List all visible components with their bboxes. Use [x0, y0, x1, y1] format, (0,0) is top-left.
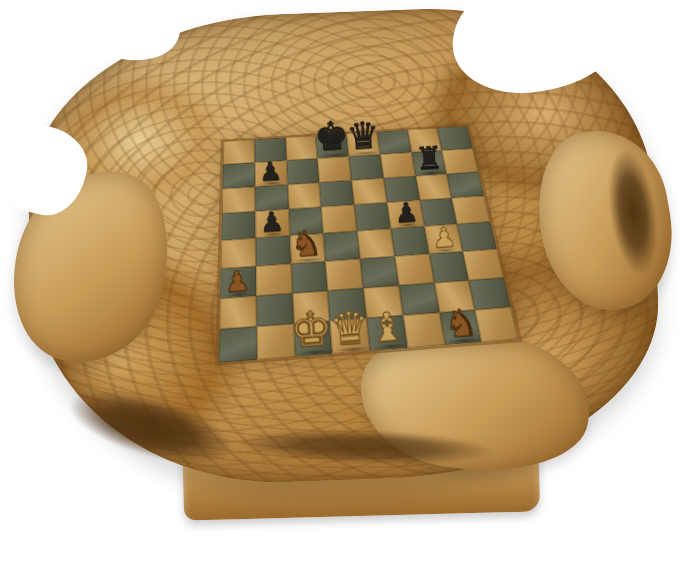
chess-board: ♚♛♟♜♟♟♞♟♟♚♛♝♞: [219, 126, 519, 363]
square-b4[interactable]: [255, 236, 290, 266]
square-e1[interactable]: ♝: [367, 316, 408, 351]
square-e3[interactable]: [360, 256, 399, 288]
square-g7[interactable]: ♜: [411, 150, 447, 175]
square-h3[interactable]: [463, 249, 504, 280]
square-h4[interactable]: [457, 222, 497, 252]
board-perspective-wrap: ♚♛♟♜♟♟♞♟♟♚♛♝♞: [219, 126, 519, 363]
piece-white-knight-g1[interactable]: ♞: [444, 303, 480, 343]
square-a5[interactable]: [221, 212, 255, 241]
square-c3[interactable]: [291, 261, 328, 293]
square-c7[interactable]: [286, 158, 319, 184]
square-a3[interactable]: ♟: [220, 266, 256, 298]
piece-black-pawn-b7[interactable]: ♟: [258, 157, 283, 184]
square-b2[interactable]: [256, 293, 293, 327]
square-g6[interactable]: [415, 174, 452, 201]
square-f3[interactable]: [394, 254, 433, 285]
square-f4[interactable]: [391, 226, 429, 256]
piece-white-queen-d1[interactable]: ♛: [328, 304, 371, 352]
square-a1[interactable]: [219, 327, 257, 363]
square-b7[interactable]: ♟: [255, 160, 288, 186]
square-a7[interactable]: [222, 162, 254, 188]
square-e7[interactable]: [349, 154, 384, 180]
square-f7[interactable]: [380, 152, 415, 178]
piece-white-knight-c4[interactable]: ♞: [290, 225, 324, 262]
square-h8[interactable]: [437, 126, 472, 150]
square-a2[interactable]: [219, 296, 256, 330]
piece-white-bishop-e1[interactable]: ♝: [368, 306, 406, 349]
square-h6[interactable]: [447, 172, 484, 199]
piece-black-queen-e8[interactable]: ♛: [345, 116, 381, 155]
photo-stage: ♚♛♟♜♟♟♞♟♟♚♛♝♞: [0, 0, 698, 572]
square-c4[interactable]: ♞: [289, 233, 325, 263]
square-a8[interactable]: [223, 140, 255, 165]
square-d6[interactable]: [319, 180, 354, 207]
square-c6[interactable]: [287, 182, 321, 209]
square-h5[interactable]: [452, 196, 490, 224]
square-d5[interactable]: [321, 205, 357, 234]
square-a6[interactable]: [222, 186, 255, 213]
piece-black-pawn-f5[interactable]: ♟: [393, 198, 419, 226]
square-f2[interactable]: [399, 282, 440, 315]
square-g4[interactable]: ♟: [424, 224, 463, 254]
square-d3[interactable]: [325, 259, 363, 291]
piece-white-pawn-g4[interactable]: ♟: [431, 222, 457, 251]
piece-white-pawn-a3[interactable]: ♟: [223, 266, 251, 296]
square-e4[interactable]: [357, 229, 394, 259]
piece-black-pawn-b5[interactable]: ♟: [258, 207, 284, 236]
square-f5[interactable]: ♟: [387, 200, 424, 228]
square-b5[interactable]: ♟: [255, 209, 289, 238]
square-g1[interactable]: ♞: [439, 310, 482, 345]
square-d1[interactable]: ♛: [330, 318, 370, 353]
square-g3[interactable]: [429, 251, 469, 282]
square-e5[interactable]: [354, 203, 390, 231]
square-b3[interactable]: [256, 264, 292, 296]
square-d7[interactable]: [318, 156, 352, 182]
square-e6[interactable]: [351, 178, 386, 205]
square-e8[interactable]: ♛: [346, 132, 380, 156]
piece-black-rook-g7[interactable]: ♜: [415, 141, 445, 174]
